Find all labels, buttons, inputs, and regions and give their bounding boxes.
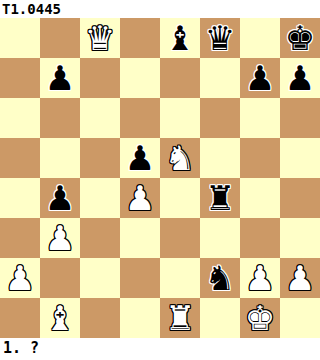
square-d6[interactable]	[120, 98, 160, 138]
white-pawn[interactable]: ♟	[285, 258, 315, 298]
black-pawn[interactable]: ♟	[285, 58, 315, 98]
square-b8[interactable]	[40, 18, 80, 58]
square-d7[interactable]	[120, 58, 160, 98]
square-a5[interactable]	[0, 138, 40, 178]
square-b6[interactable]	[40, 98, 80, 138]
black-rook[interactable]: ♜	[205, 178, 235, 218]
puzzle-id: T1.0445	[0, 0, 320, 18]
square-d3[interactable]	[120, 218, 160, 258]
square-a8[interactable]	[0, 18, 40, 58]
square-c7[interactable]	[80, 58, 120, 98]
square-f3[interactable]	[200, 218, 240, 258]
square-c8[interactable]: ♛	[80, 18, 120, 58]
square-f2[interactable]: ♞	[200, 258, 240, 298]
square-b7[interactable]: ♟	[40, 58, 80, 98]
square-a1[interactable]	[0, 298, 40, 338]
black-king[interactable]: ♚	[285, 18, 315, 58]
square-h2[interactable]: ♟	[280, 258, 320, 298]
square-d1[interactable]	[120, 298, 160, 338]
black-queen[interactable]: ♛	[205, 18, 235, 58]
square-c1[interactable]	[80, 298, 120, 338]
square-g2[interactable]: ♟	[240, 258, 280, 298]
square-c5[interactable]	[80, 138, 120, 178]
square-a7[interactable]	[0, 58, 40, 98]
white-queen[interactable]: ♛	[85, 18, 115, 58]
square-h4[interactable]	[280, 178, 320, 218]
square-d5[interactable]: ♟	[120, 138, 160, 178]
white-bishop[interactable]: ♝	[45, 298, 75, 338]
square-d4[interactable]: ♟	[120, 178, 160, 218]
square-b3[interactable]: ♟	[40, 218, 80, 258]
black-pawn[interactable]: ♟	[125, 138, 155, 178]
square-a4[interactable]	[0, 178, 40, 218]
white-king[interactable]: ♚	[245, 298, 275, 338]
square-f1[interactable]	[200, 298, 240, 338]
white-rook[interactable]: ♜	[165, 298, 195, 338]
square-c4[interactable]	[80, 178, 120, 218]
square-h7[interactable]: ♟	[280, 58, 320, 98]
white-pawn[interactable]: ♟	[45, 218, 75, 258]
square-e2[interactable]	[160, 258, 200, 298]
square-e3[interactable]	[160, 218, 200, 258]
square-g5[interactable]	[240, 138, 280, 178]
white-knight[interactable]: ♞	[165, 138, 195, 178]
square-b5[interactable]	[40, 138, 80, 178]
white-pawn[interactable]: ♟	[125, 178, 155, 218]
black-pawn[interactable]: ♟	[45, 178, 75, 218]
square-h8[interactable]: ♚	[280, 18, 320, 58]
square-e5[interactable]: ♞	[160, 138, 200, 178]
chess-puzzle-app: T1.0445 ♛♝♛♚♟♟♟♟♞♟♟♜♟♟♞♟♟♝♜♚ 1. ?	[0, 0, 320, 360]
black-bishop[interactable]: ♝	[165, 18, 195, 58]
square-b4[interactable]: ♟	[40, 178, 80, 218]
white-pawn[interactable]: ♟	[245, 258, 275, 298]
square-e8[interactable]: ♝	[160, 18, 200, 58]
square-c2[interactable]	[80, 258, 120, 298]
square-h6[interactable]	[280, 98, 320, 138]
square-d8[interactable]	[120, 18, 160, 58]
square-f4[interactable]: ♜	[200, 178, 240, 218]
square-d2[interactable]	[120, 258, 160, 298]
square-h3[interactable]	[280, 218, 320, 258]
square-g6[interactable]	[240, 98, 280, 138]
chess-board[interactable]: ♛♝♛♚♟♟♟♟♞♟♟♜♟♟♞♟♟♝♜♚	[0, 18, 320, 338]
black-pawn[interactable]: ♟	[45, 58, 75, 98]
square-e4[interactable]	[160, 178, 200, 218]
square-g1[interactable]: ♚	[240, 298, 280, 338]
square-f8[interactable]: ♛	[200, 18, 240, 58]
white-pawn[interactable]: ♟	[5, 258, 35, 298]
square-b1[interactable]: ♝	[40, 298, 80, 338]
square-e1[interactable]: ♜	[160, 298, 200, 338]
square-g4[interactable]	[240, 178, 280, 218]
square-e7[interactable]	[160, 58, 200, 98]
square-a2[interactable]: ♟	[0, 258, 40, 298]
square-g7[interactable]: ♟	[240, 58, 280, 98]
square-b2[interactable]	[40, 258, 80, 298]
square-c3[interactable]	[80, 218, 120, 258]
square-h5[interactable]	[280, 138, 320, 178]
square-e6[interactable]	[160, 98, 200, 138]
square-h1[interactable]	[280, 298, 320, 338]
square-f5[interactable]	[200, 138, 240, 178]
move-prompt: 1. ?	[0, 338, 320, 360]
black-knight[interactable]: ♞	[205, 258, 235, 298]
black-pawn[interactable]: ♟	[245, 58, 275, 98]
square-g3[interactable]	[240, 218, 280, 258]
square-a6[interactable]	[0, 98, 40, 138]
square-f7[interactable]	[200, 58, 240, 98]
square-a3[interactable]	[0, 218, 40, 258]
square-c6[interactable]	[80, 98, 120, 138]
square-f6[interactable]	[200, 98, 240, 138]
square-g8[interactable]	[240, 18, 280, 58]
